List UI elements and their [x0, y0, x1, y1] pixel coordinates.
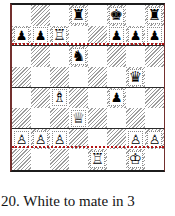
piece-black-knight-d6: ♞: [71, 48, 86, 65]
white-pawn-glyph: ♙: [35, 132, 47, 145]
black-pawn-glyph: ♟: [16, 29, 28, 42]
rank-pair-rule: [12, 128, 164, 129]
square-f6: [107, 46, 126, 67]
square-b3: [31, 108, 50, 129]
piece-black-pawn-b7: ♟: [33, 27, 48, 44]
square-e6: [88, 46, 107, 67]
square-g8: [126, 5, 145, 26]
square-a1: [12, 149, 31, 170]
square-a8: [12, 5, 31, 26]
square-a5: [12, 67, 31, 88]
piece-black-pawn-h7: ♟: [147, 27, 162, 44]
square-e3: [88, 108, 107, 129]
piece-white-rook-c7: ♖: [52, 27, 67, 44]
white-queen-glyph: ♕: [72, 110, 85, 125]
square-h5: [145, 67, 164, 88]
square-d1: [69, 149, 88, 170]
square-f4: ♟: [107, 88, 126, 109]
square-c6: [50, 46, 69, 67]
square-b1: [31, 149, 50, 170]
square-g5: ♛: [126, 67, 145, 88]
piece-white-bishop-c4: ♗: [52, 89, 67, 106]
square-g3: [126, 108, 145, 129]
piece-black-pawn-f4: ♟: [109, 89, 124, 106]
piece-white-rook-e1: ♖: [90, 151, 105, 168]
chess-board: ♜♚♜♟♟♖♟♟♟♞♛♗♟♕♙♙♙♙♙♖♔: [10, 3, 165, 172]
square-h4: [145, 88, 164, 109]
square-f1: [107, 149, 126, 170]
square-e4: [88, 88, 107, 109]
square-e8: [88, 5, 107, 26]
piece-black-king-f8: ♚: [109, 7, 124, 24]
square-d3: ♕: [69, 108, 88, 129]
spellcheck-squiggle: [12, 146, 164, 148]
square-c1: [50, 149, 69, 170]
square-h8: ♜: [145, 5, 164, 26]
piece-white-pawn-h2: ♙: [147, 131, 162, 148]
square-b5: [31, 67, 50, 88]
black-pawn-glyph: ♟: [111, 29, 123, 42]
square-a4: [12, 88, 31, 109]
black-rook-glyph: ♜: [148, 7, 161, 22]
black-knight-glyph: ♞: [72, 49, 85, 64]
square-a3: [12, 108, 31, 129]
white-pawn-glyph: ♙: [149, 132, 161, 145]
puzzle-caption: 20. White to mate in 3: [1, 193, 174, 210]
square-f5: [107, 67, 126, 88]
white-bishop-glyph: ♗: [53, 90, 66, 105]
white-pawn-glyph: ♙: [16, 132, 28, 145]
black-pawn-glyph: ♟: [149, 29, 161, 42]
white-pawn-glyph: ♙: [130, 132, 142, 145]
piece-black-pawn-f7: ♟: [109, 27, 124, 44]
piece-white-pawn-b2: ♙: [33, 131, 48, 148]
square-f3: [107, 108, 126, 129]
square-d5: [69, 67, 88, 88]
black-queen-glyph: ♛: [129, 69, 142, 84]
square-g4: [126, 88, 145, 109]
square-h6: [145, 46, 164, 67]
square-d8: ♜: [69, 5, 88, 26]
spellcheck-squiggle: [12, 43, 164, 45]
black-king-glyph: ♚: [110, 7, 123, 22]
square-b6: [31, 46, 50, 67]
black-pawn-glyph: ♟: [111, 91, 123, 104]
piece-black-queen-g5: ♛: [128, 69, 143, 86]
piece-white-pawn-a2: ♙: [14, 131, 29, 148]
square-b8: [31, 5, 50, 26]
piece-black-pawn-g7: ♟: [128, 27, 143, 44]
square-f8: ♚: [107, 5, 126, 26]
square-c3: [50, 108, 69, 129]
piece-black-rook-h8: ♜: [147, 7, 162, 24]
piece-white-pawn-g2: ♙: [128, 131, 143, 148]
square-g1: ♔: [126, 149, 145, 170]
black-rook-glyph: ♜: [72, 7, 85, 22]
piece-black-pawn-a7: ♟: [14, 27, 29, 44]
square-b4: [31, 88, 50, 109]
square-c8: [50, 5, 69, 26]
piece-black-rook-d8: ♜: [71, 7, 86, 24]
square-a6: [12, 46, 31, 67]
square-d6: ♞: [69, 46, 88, 67]
piece-white-pawn-c2: ♙: [52, 131, 67, 148]
rank-pair-rule: [12, 87, 164, 88]
white-rook-glyph: ♖: [53, 28, 66, 43]
square-e5: [88, 67, 107, 88]
white-pawn-glyph: ♙: [54, 132, 66, 145]
piece-white-king-g1: ♔: [128, 151, 143, 168]
square-h3: [145, 108, 164, 129]
black-pawn-glyph: ♟: [35, 29, 47, 42]
square-c5: [50, 67, 69, 88]
piece-white-queen-d3: ♕: [71, 110, 86, 127]
rank-pair-rule: [12, 45, 164, 46]
white-rook-glyph: ♖: [91, 152, 104, 167]
square-e1: ♖: [88, 149, 107, 170]
square-g6: [126, 46, 145, 67]
square-c4: ♗: [50, 88, 69, 109]
square-d4: [69, 88, 88, 109]
square-h1: [145, 149, 164, 170]
black-pawn-glyph: ♟: [130, 29, 142, 42]
chess-puzzle-figure: ♜♚♜♟♟♖♟♟♟♞♛♗♟♕♙♙♙♙♙♖♔ 20. White to mate …: [0, 0, 175, 216]
white-king-glyph: ♔: [129, 152, 142, 167]
